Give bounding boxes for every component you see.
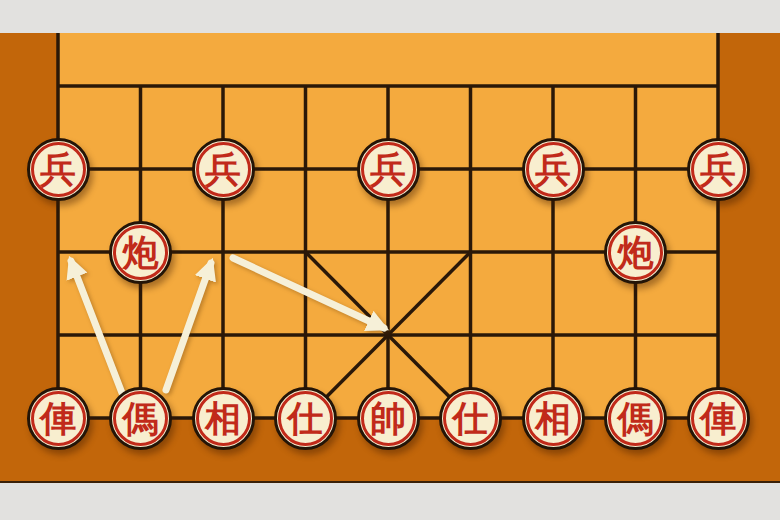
piece-label: 俥 <box>30 390 87 447</box>
piece-label: 帥 <box>360 390 417 447</box>
piece-label: 兵 <box>195 141 252 198</box>
piece-soldier-f5r4[interactable]: 兵 <box>357 138 420 201</box>
piece-horse-f2r1[interactable]: 傌 <box>109 387 172 450</box>
piece-label: 兵 <box>525 141 582 198</box>
piece-cannon-f8r3[interactable]: 炮 <box>604 221 667 284</box>
piece-elephant-f3r1[interactable]: 相 <box>192 387 255 450</box>
piece-soldier-f7r4[interactable]: 兵 <box>522 138 585 201</box>
piece-cannon-f2r3[interactable]: 炮 <box>109 221 172 284</box>
piece-label: 傌 <box>112 390 169 447</box>
piece-elephant-f7r1[interactable]: 相 <box>522 387 585 450</box>
piece-soldier-f9r4[interactable]: 兵 <box>687 138 750 201</box>
piece-label: 炮 <box>112 224 169 281</box>
piece-general-f5r1[interactable]: 帥 <box>357 387 420 450</box>
piece-label: 仕 <box>277 390 334 447</box>
piece-advisor-f6r1[interactable]: 仕 <box>439 387 502 450</box>
piece-label: 相 <box>525 390 582 447</box>
piece-soldier-f3r4[interactable]: 兵 <box>192 138 255 201</box>
piece-advisor-f4r1[interactable]: 仕 <box>274 387 337 450</box>
letterbox-top-bar <box>0 0 780 33</box>
piece-label: 兵 <box>690 141 747 198</box>
letterbox-bottom-bar <box>0 483 780 520</box>
piece-chariot-f1r1[interactable]: 俥 <box>27 387 90 450</box>
piece-label: 俥 <box>690 390 747 447</box>
piece-label: 炮 <box>607 224 664 281</box>
piece-label: 相 <box>195 390 252 447</box>
piece-label: 兵 <box>360 141 417 198</box>
piece-chariot-f9r1[interactable]: 俥 <box>687 387 750 450</box>
screenshot-stage: 兵兵兵兵兵炮炮俥傌相仕帥仕相傌俥 <box>0 0 780 520</box>
piece-label: 兵 <box>30 141 87 198</box>
piece-horse-f8r1[interactable]: 傌 <box>604 387 667 450</box>
piece-label: 傌 <box>607 390 664 447</box>
piece-label: 仕 <box>442 390 499 447</box>
piece-soldier-f1r4[interactable]: 兵 <box>27 138 90 201</box>
